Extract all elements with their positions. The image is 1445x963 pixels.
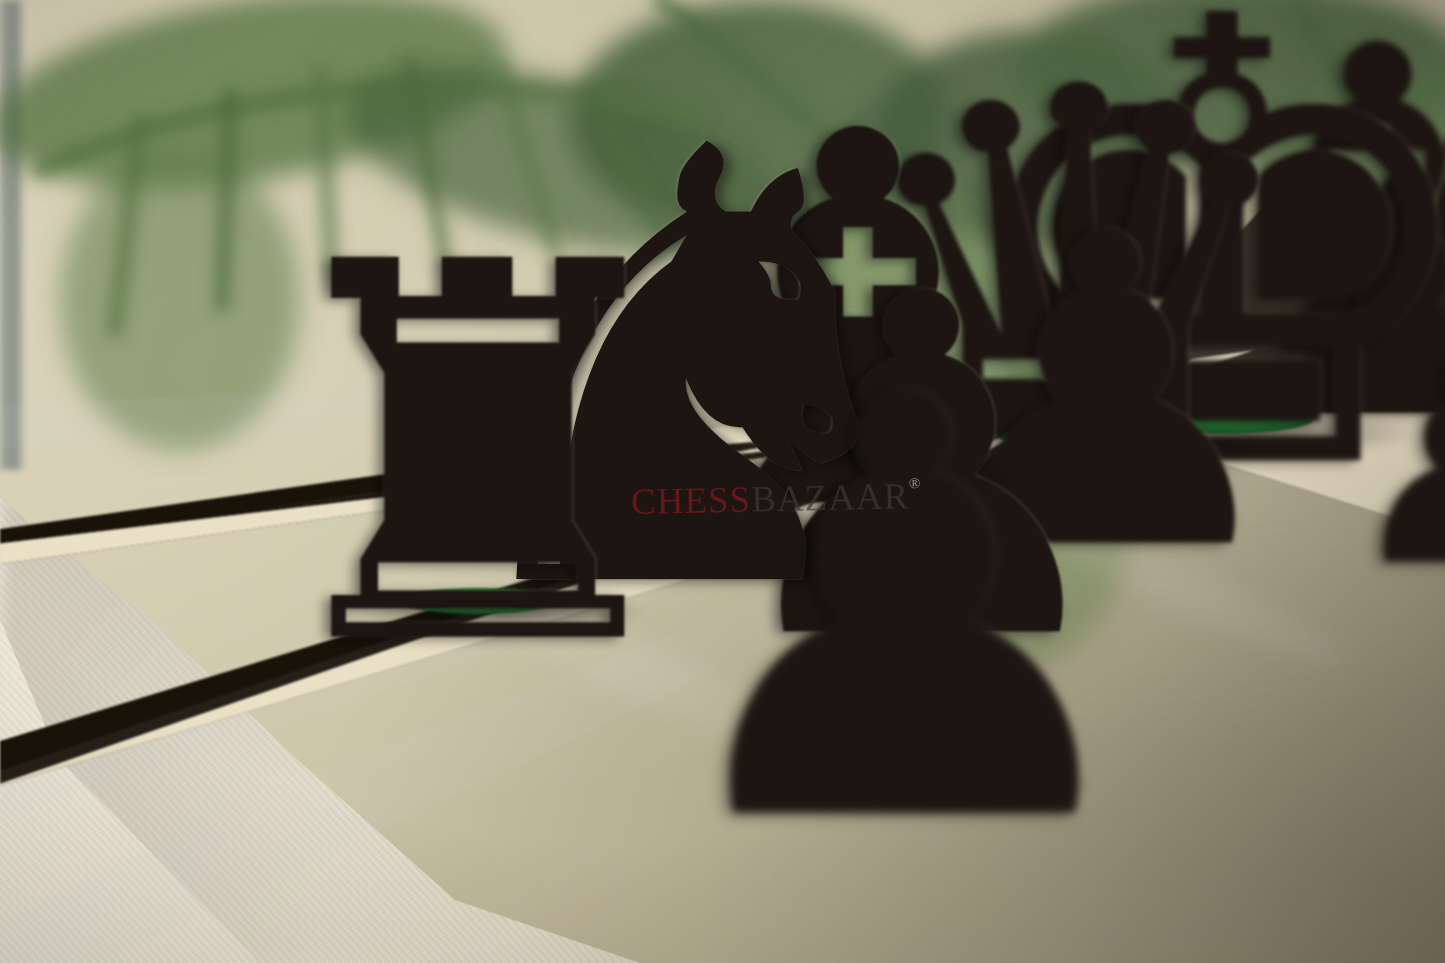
black-pawn-b7: ♟ xyxy=(645,322,1165,902)
chessbazaar-watermark: CHESSBAZAAR® xyxy=(631,474,923,523)
watermark-chess-text: CHESS xyxy=(631,479,752,523)
black-rook-a8: ♜ xyxy=(245,196,711,716)
watermark-registered-symbol: ® xyxy=(909,475,922,491)
watermark-bazaar-text: BAZAAR xyxy=(751,475,910,519)
photo-stage: ♞♝♟♟♚♛♟♝♟♞♜♟ CHESSBAZAAR® xyxy=(0,0,1445,963)
